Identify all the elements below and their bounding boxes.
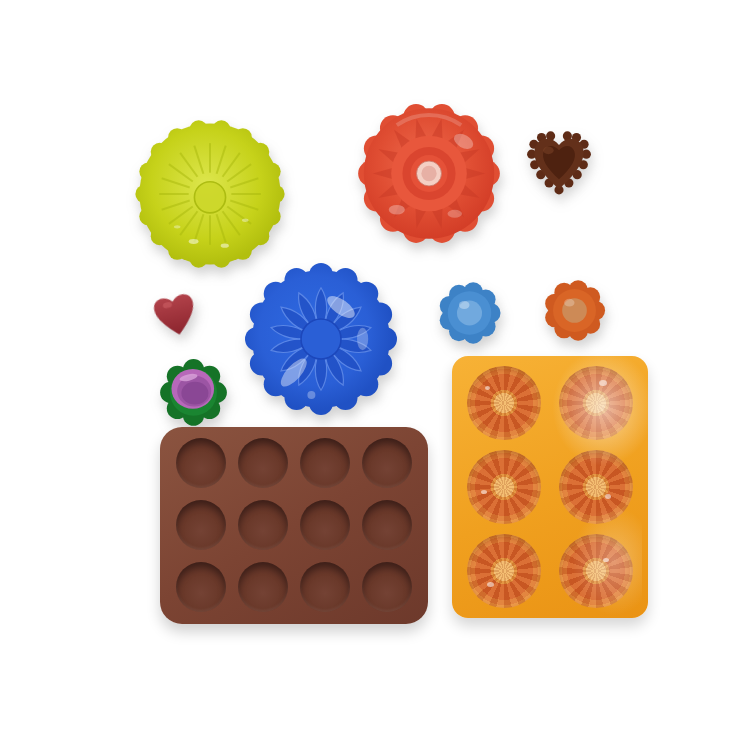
purple-cup-inner	[181, 382, 208, 405]
muffin-cavity	[362, 500, 412, 550]
muffin-cavity	[300, 500, 350, 550]
muffin-cavity	[176, 562, 226, 612]
glare-speck	[605, 494, 611, 499]
donut-cavity	[559, 534, 633, 608]
bundt-center-hole-inner	[421, 166, 436, 181]
donut-tray	[452, 356, 648, 618]
muffin-cavity	[300, 562, 350, 612]
donut-cavity	[559, 450, 633, 524]
sunflower-round-mold	[127, 112, 293, 276]
flower-cup-mold-green-purple	[158, 355, 229, 427]
glare-speck	[481, 490, 487, 494]
muffin-cavity	[238, 438, 288, 488]
donut-cavity	[559, 366, 633, 440]
red-heart-body	[152, 293, 199, 339]
muffin-tray	[160, 427, 428, 624]
muffin-cavity	[176, 438, 226, 488]
muffin-cavity	[300, 438, 350, 488]
glare-speck	[599, 380, 607, 386]
muffin-cavity	[238, 562, 288, 612]
flower-cup-mold-blue	[436, 280, 503, 346]
glare-speck	[485, 386, 490, 390]
brown-heart-highlight	[543, 147, 554, 155]
product-photo	[0, 0, 750, 750]
donut-cavity	[467, 534, 541, 608]
donut-cavity	[467, 366, 541, 440]
muffin-cavity	[176, 500, 226, 550]
blue-flower-highlight	[459, 301, 470, 309]
orange-flower-highlight	[564, 299, 574, 307]
donut-cavity	[467, 450, 541, 524]
sunflower-center	[194, 182, 225, 213]
glare-speck	[603, 558, 609, 562]
muffin-cavity	[238, 500, 288, 550]
muffin-cavity	[362, 438, 412, 488]
daisy-center	[301, 319, 341, 359]
daisy-round-mold	[235, 259, 407, 419]
flower-cup-mold-orange	[538, 278, 611, 343]
muffin-cavity	[362, 562, 412, 612]
bundt-cake-mold	[347, 93, 511, 254]
heart-cup-mold-brown	[521, 120, 597, 202]
heart-mold-red	[140, 277, 210, 350]
glare-speck	[487, 582, 494, 587]
